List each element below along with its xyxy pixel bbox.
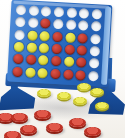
cell-r1c4[interactable] xyxy=(52,6,65,19)
cell-r6c6[interactable] xyxy=(74,69,87,82)
cell-r6c1[interactable] xyxy=(11,65,24,78)
red-disc xyxy=(63,69,74,80)
cell-r5c3[interactable] xyxy=(37,54,50,67)
yellow-disc xyxy=(38,56,49,67)
empty-hole xyxy=(91,21,102,32)
cell-r3c2[interactable] xyxy=(26,29,39,42)
red-disc xyxy=(13,54,24,65)
cell-r5c4[interactable] xyxy=(50,55,63,68)
red-disc xyxy=(75,70,86,81)
red-disc xyxy=(40,19,51,30)
cell-r2c5[interactable] xyxy=(64,19,77,32)
connect-four-board xyxy=(7,0,112,87)
loose-red-disc[interactable] xyxy=(34,110,51,119)
empty-hole xyxy=(15,30,26,41)
cell-r6c3[interactable] xyxy=(36,67,49,80)
loose-red-disc[interactable] xyxy=(69,118,86,127)
yellow-disc xyxy=(38,68,49,79)
cell-r4c6[interactable] xyxy=(75,44,88,57)
cell-r1c2[interactable] xyxy=(27,4,40,17)
red-disc xyxy=(26,55,37,66)
yellow-disc xyxy=(39,43,50,54)
cell-r1c5[interactable] xyxy=(65,6,78,19)
cell-r4c1[interactable] xyxy=(13,41,26,54)
cell-r6c4[interactable] xyxy=(49,67,62,80)
cell-r3c5[interactable] xyxy=(63,31,76,44)
cell-r5c6[interactable] xyxy=(75,56,88,69)
empty-hole xyxy=(53,19,64,30)
yellow-disc xyxy=(27,30,38,41)
cell-r5c7[interactable] xyxy=(87,57,100,70)
empty-hole xyxy=(90,34,101,45)
yellow-disc xyxy=(40,31,51,42)
cell-r1c6[interactable] xyxy=(77,7,90,20)
cell-r2c6[interactable] xyxy=(77,19,90,32)
red-disc xyxy=(64,45,75,56)
loose-yellow-disc[interactable] xyxy=(77,83,91,91)
cell-r4c4[interactable] xyxy=(50,43,63,56)
loose-red-disc[interactable] xyxy=(11,113,28,122)
cell-r4c2[interactable] xyxy=(25,41,38,54)
cell-r3c1[interactable] xyxy=(13,28,26,41)
cell-r2c1[interactable] xyxy=(14,16,27,29)
yellow-disc xyxy=(26,43,37,54)
red-disc xyxy=(77,45,88,56)
loose-yellow-disc[interactable] xyxy=(57,92,71,100)
yellow-disc xyxy=(25,67,36,78)
empty-hole xyxy=(79,8,90,19)
cell-r4c5[interactable] xyxy=(63,43,76,56)
empty-hole xyxy=(66,8,77,19)
cell-r4c3[interactable] xyxy=(38,42,51,55)
cell-r5c1[interactable] xyxy=(12,53,25,66)
cell-r5c2[interactable] xyxy=(24,54,37,67)
cell-r2c2[interactable] xyxy=(27,17,40,30)
yellow-disc xyxy=(65,32,76,43)
cell-r1c7[interactable] xyxy=(90,8,103,21)
red-disc xyxy=(52,32,63,43)
connect-four-scene xyxy=(0,0,125,138)
red-disc xyxy=(76,58,87,69)
cell-r3c6[interactable] xyxy=(76,32,89,45)
loose-red-disc[interactable] xyxy=(4,131,21,139)
loose-red-disc[interactable] xyxy=(84,127,101,136)
loose-yellow-disc[interactable] xyxy=(90,88,104,96)
cell-r3c7[interactable] xyxy=(89,33,102,46)
cell-r2c3[interactable] xyxy=(39,17,52,30)
empty-hole xyxy=(29,6,40,17)
empty-hole xyxy=(66,20,77,31)
yellow-disc xyxy=(63,57,74,68)
yellow-disc xyxy=(14,42,25,53)
board-grid xyxy=(11,4,103,83)
empty-hole xyxy=(88,71,99,82)
cell-r1c1[interactable] xyxy=(15,4,28,17)
red-disc xyxy=(13,66,24,77)
red-disc xyxy=(51,56,62,67)
loose-red-disc[interactable] xyxy=(46,123,63,132)
red-disc xyxy=(77,33,88,44)
cell-r6c2[interactable] xyxy=(24,66,37,79)
empty-hole xyxy=(89,46,100,57)
cell-r4c7[interactable] xyxy=(88,45,101,58)
cell-r2c4[interactable] xyxy=(52,18,65,31)
empty-hole xyxy=(78,21,89,32)
loose-red-disc[interactable] xyxy=(20,125,37,134)
cell-r6c7[interactable] xyxy=(87,69,100,82)
empty-hole xyxy=(15,17,26,28)
empty-hole xyxy=(41,6,52,17)
cell-r3c3[interactable] xyxy=(38,30,51,43)
loose-yellow-disc[interactable] xyxy=(95,102,109,110)
empty-hole xyxy=(54,7,65,18)
cell-r5c5[interactable] xyxy=(62,56,75,69)
empty-hole xyxy=(16,5,27,16)
cell-r1c3[interactable] xyxy=(40,5,53,18)
empty-hole xyxy=(91,9,102,20)
red-disc xyxy=(52,44,63,55)
red-disc xyxy=(50,69,61,80)
cell-r6c5[interactable] xyxy=(61,68,74,81)
empty-hole xyxy=(28,18,39,29)
cell-r2c7[interactable] xyxy=(89,20,102,33)
loose-yellow-disc[interactable] xyxy=(73,97,87,105)
loose-yellow-disc[interactable] xyxy=(37,89,51,97)
cell-r3c4[interactable] xyxy=(51,30,64,43)
empty-hole xyxy=(89,58,100,69)
